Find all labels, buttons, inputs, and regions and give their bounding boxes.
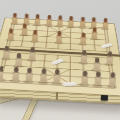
figurine-body (25, 71, 32, 81)
pieces-layer[interactable] (0, 21, 119, 90)
figurine-body (91, 31, 97, 40)
figurine-body (32, 33, 38, 42)
point-7-2 (88, 36, 100, 42)
piece-black-cannon[interactable] (14, 53, 22, 67)
piece-red-elephant[interactable] (34, 14, 41, 26)
point-0-3 (4, 37, 17, 43)
figurine-body (12, 16, 18, 24)
piece-black-horse[interactable] (11, 67, 20, 81)
point-8-9 (104, 82, 119, 91)
point-7-9 (91, 81, 105, 90)
point-2-3 (28, 38, 41, 44)
figurine-body (0, 70, 5, 80)
figurine-body (8, 31, 14, 40)
piece-black-elephant[interactable] (25, 68, 34, 82)
piece-red-chariot[interactable] (101, 18, 108, 30)
figurine-body (68, 19, 74, 27)
point-4-6 (51, 58, 64, 65)
figurine-body (39, 72, 46, 82)
point-4-0 (54, 24, 66, 30)
piece-black-soldier[interactable] (2, 46, 10, 59)
figurine-body (106, 55, 113, 65)
figurine-body (34, 17, 40, 25)
board-wrap (0, 0, 120, 115)
piece-black-soldier[interactable] (28, 47, 36, 60)
piece-red-soldier[interactable] (79, 32, 86, 44)
point-6-3 (76, 41, 88, 48)
piece-black-general[interactable] (52, 69, 61, 83)
piece-red-cannon[interactable] (91, 27, 98, 39)
figurine-head (47, 15, 51, 19)
figurine-body (21, 27, 27, 36)
point-4-3 (52, 40, 64, 46)
point-2-6 (25, 57, 39, 64)
figurine-body (29, 51, 36, 61)
scene-root: { "game": "xiangqi", "scene": { "descrip… (0, 0, 120, 120)
point-2-0 (31, 22, 43, 28)
piece-black-cannon[interactable] (93, 57, 101, 71)
piece-black-elephant[interactable] (80, 71, 89, 85)
point-6-6 (77, 59, 90, 66)
figurine-body (56, 34, 62, 43)
piece-red-soldier[interactable] (31, 29, 38, 41)
figurine-body (94, 75, 101, 85)
figurine-body (102, 21, 108, 29)
piece-red-cannon[interactable] (20, 23, 27, 35)
piece-red-advisor[interactable] (45, 14, 52, 26)
figurine-head (24, 14, 28, 18)
point-2-9 (21, 77, 36, 85)
piece-black-advisor[interactable] (39, 68, 48, 82)
figurine-body (79, 20, 85, 28)
piece-red-advisor[interactable] (68, 16, 75, 28)
piece-red-general[interactable] (56, 15, 63, 27)
figurine-body (57, 18, 63, 26)
piece-black-chariot[interactable] (108, 72, 117, 86)
figurine-body (45, 18, 51, 26)
figurine-body (80, 54, 87, 64)
piece-red-soldier[interactable] (7, 28, 14, 40)
piece-red-soldier[interactable] (55, 31, 62, 43)
xiangqi-board[interactable] (0, 18, 120, 97)
piece-red-chariot[interactable] (11, 13, 18, 25)
point-6-0 (76, 25, 87, 31)
fallen-piece-red-soldier[interactable] (100, 43, 113, 49)
figurine-body (3, 49, 10, 59)
piece-black-soldier[interactable] (80, 50, 88, 63)
piece-black-horse[interactable] (94, 71, 103, 85)
figurine-body (53, 73, 60, 83)
piece-black-soldier[interactable] (105, 51, 113, 64)
figurine-body (108, 76, 115, 86)
figurine-body (81, 75, 88, 85)
point-8-3 (100, 42, 113, 49)
piece-red-elephant[interactable] (79, 16, 86, 28)
point-8-0 (99, 26, 111, 32)
figurine-body (14, 57, 21, 67)
point-5-0 (65, 24, 76, 30)
figurine-body (80, 35, 86, 44)
figurine-body (11, 71, 18, 81)
figurine-body (93, 61, 100, 71)
